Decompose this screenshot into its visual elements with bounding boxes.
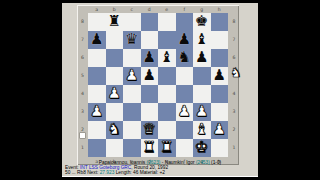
caption-segment: (2453) [196,160,210,165]
square-g3[interactable]: ♟ [193,103,211,121]
black-pawn-d6: ♟ [141,49,159,67]
black-pawn-g6: ♟ [193,49,211,67]
square-e2[interactable] [158,121,176,139]
square-h8[interactable] [211,13,229,31]
square-g7[interactable]: ♝ [193,31,211,49]
square-e5[interactable] [158,67,176,85]
game-caption: Papaioannou, Ioannis (2623) - Naumkin, I… [62,160,258,175]
file-label-top-e: e [158,7,176,12]
white-pawn-f3: ♟ [176,103,194,121]
white-bishop-g2: ♝ [193,121,211,139]
black-pawn-a7: ♟ [88,31,106,49]
white-rook-d1: ♜ [141,139,159,157]
square-b4[interactable]: ♟ [106,85,124,103]
square-b5[interactable] [106,67,124,85]
chess-gui-window: ♜♚♟♛♟♝♟♝♞♟♟♟♟♟♟♟♟♞♛♝♟♜♜♚ aabbccddeeffggh… [62,3,258,177]
square-b1[interactable] [106,139,124,157]
square-c1[interactable] [123,139,141,157]
square-c4[interactable] [123,85,141,103]
square-h5[interactable]: ♟ [211,67,229,85]
square-e1[interactable]: ♜ [158,139,176,157]
square-d2[interactable]: ♛ [141,121,159,139]
rank-label-right-3: 3 [230,103,238,121]
square-f3[interactable]: ♟ [176,103,194,121]
square-b8[interactable]: ♜ [106,13,124,31]
square-a4[interactable] [88,85,106,103]
rank-label-left-2: 2 [79,121,87,139]
caption-segment: (1-0) [210,160,221,165]
square-b7[interactable] [106,31,124,49]
black-bishop-e6: ♝ [158,49,176,67]
white-rook-e1: ♜ [158,139,176,157]
file-label-top-b: b [106,7,124,12]
rank-label-right-7: 7 [230,31,238,49]
square-g6[interactable]: ♟ [193,49,211,67]
black-pawn-h5: ♟ [211,67,229,85]
square-g5[interactable] [193,67,211,85]
square-a1[interactable] [88,139,106,157]
caption-segment: 50 ... Rb8 [65,170,86,175]
square-d7[interactable] [141,31,159,49]
black-king-g8: ♚ [193,13,211,31]
square-g4[interactable] [193,85,211,103]
file-label-top-a: a [88,7,106,12]
square-e8[interactable] [158,13,176,31]
white-pawn-c5: ♟ [123,67,141,85]
square-h2[interactable]: ♟ [211,121,229,139]
chess-board[interactable]: ♜♚♟♛♟♝♟♝♞♟♟♟♟♟♟♟♟♞♛♝♟♜♜♚ [88,13,228,157]
square-d1[interactable]: ♜ [141,139,159,157]
white-queen-d2: ♛ [141,121,159,139]
square-d3[interactable] [141,103,159,121]
square-e7[interactable] [158,31,176,49]
square-h1[interactable] [211,139,229,157]
black-pawn-f7: ♟ [176,31,194,49]
file-label-top-c: c [123,7,141,12]
square-f4[interactable] [176,85,194,103]
caption-segment: 27.923 [100,170,115,175]
rank-label-left-1: 1 [79,139,87,157]
rank-label-right-8: 8 [230,13,238,31]
square-f5[interactable] [176,67,194,85]
material-indicator-piece: ♞ [230,65,242,80]
black-pawn-d5: ♟ [141,67,159,85]
square-f8[interactable] [176,13,194,31]
rank-label-left-7: 7 [79,31,87,49]
rank-label-left-8: 8 [79,13,87,31]
square-h3[interactable] [211,103,229,121]
square-f7[interactable]: ♟ [176,31,194,49]
file-label-top-f: f [176,7,194,12]
square-d5[interactable]: ♟ [141,67,159,85]
square-f6[interactable]: ♞ [176,49,194,67]
square-g2[interactable]: ♝ [193,121,211,139]
rank-label-left-4: 4 [79,85,87,103]
rank-label-right-2: 2 [230,121,238,139]
black-queen-c7: ♛ [123,31,141,49]
white-knight-b2: ♞ [106,121,124,139]
square-f1[interactable] [176,139,194,157]
square-b6[interactable] [106,49,124,67]
square-a3[interactable]: ♟ [88,103,106,121]
letterbox-right [258,0,320,180]
file-label-top-h: h [211,7,229,12]
rank-label-right-1: 1 [230,139,238,157]
rank-label-right-4: 4 [230,85,238,103]
square-h7[interactable] [211,31,229,49]
square-a5[interactable] [88,67,106,85]
caption-segment: Next: [86,170,100,175]
white-pawn-g3: ♟ [193,103,211,121]
square-c8[interactable] [123,13,141,31]
square-e4[interactable] [158,85,176,103]
square-h4[interactable] [211,85,229,103]
rank-label-left-3: 3 [79,103,87,121]
square-a8[interactable] [88,13,106,31]
square-d6[interactable]: ♟ [141,49,159,67]
white-king-g1: ♚ [193,139,211,157]
black-rook-b8: ♜ [106,13,124,31]
square-h6[interactable] [211,49,229,67]
square-e6[interactable]: ♝ [158,49,176,67]
square-f2[interactable] [176,121,194,139]
square-c7[interactable]: ♛ [123,31,141,49]
square-b3[interactable] [106,103,124,121]
letterbox-left [0,0,62,180]
file-label-top-g: g [193,7,211,12]
white-pawn-b4: ♟ [106,85,124,103]
board-frame: ♜♚♟♛♟♝♟♝♞♟♟♟♟♟♟♟♟♞♛♝♟♜♜♚ aabbccddeeffggh… [77,5,239,165]
square-d8[interactable] [141,13,159,31]
square-c3[interactable] [123,103,141,121]
square-g8[interactable]: ♚ [193,13,211,31]
square-b2[interactable]: ♞ [106,121,124,139]
square-a7[interactable]: ♟ [88,31,106,49]
black-bishop-g7: ♝ [193,31,211,49]
square-a2[interactable] [88,121,106,139]
square-c6[interactable] [123,49,141,67]
white-pawn-a3: ♟ [88,103,106,121]
black-knight-f6: ♞ [176,49,194,67]
square-c2[interactable] [123,121,141,139]
square-a6[interactable] [88,49,106,67]
square-e3[interactable] [158,103,176,121]
square-g1[interactable]: ♚ [193,139,211,157]
file-label-top-d: d [141,7,159,12]
square-d4[interactable] [141,85,159,103]
rank-label-left-6: 6 [79,49,87,67]
caption-move-info-line: 50 ... Rb8 Next: 27.923 Length: 46 Mater… [62,170,258,175]
caption-segment: Length: 46 Material: +2 [114,170,165,175]
white-pawn-h2: ♟ [211,121,229,139]
screenshot-stage: ♜♚♟♛♟♝♟♝♞♟♟♟♟♟♟♟♟♞♛♝♟♜♜♚ aabbccddeeffggh… [0,0,320,180]
square-c5[interactable]: ♟ [123,67,141,85]
rank-label-left-5: 5 [79,67,87,85]
